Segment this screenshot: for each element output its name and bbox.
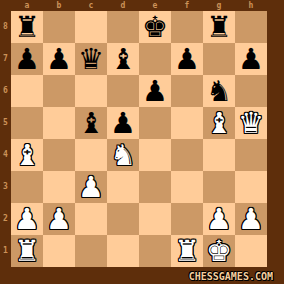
square-e7 (139, 43, 171, 75)
square-e5 (139, 107, 171, 139)
piece-black-rook: ♜ (11, 11, 43, 43)
rank-label-4: 4 (0, 139, 11, 171)
square-a1: ♜ (11, 235, 43, 267)
square-f5 (171, 107, 203, 139)
rank-label-5: 5 (0, 107, 11, 139)
piece-black-pawn: ♟ (43, 43, 75, 75)
square-h7: ♟ (235, 43, 267, 75)
square-a2: ♟ (11, 203, 43, 235)
square-d4: ♞ (107, 139, 139, 171)
square-h1 (235, 235, 267, 267)
square-g6: ♞ (203, 75, 235, 107)
square-e6: ♟ (139, 75, 171, 107)
piece-white-pawn: ♟ (235, 203, 267, 235)
piece-black-pawn: ♟ (235, 43, 267, 75)
rank-label-1: 1 (0, 235, 11, 267)
square-f2 (171, 203, 203, 235)
square-b4 (43, 139, 75, 171)
piece-black-bishop: ♝ (107, 43, 139, 75)
piece-black-knight: ♞ (203, 75, 235, 107)
square-e8: ♚ (139, 11, 171, 43)
square-d6 (107, 75, 139, 107)
chess-board: ♜♚♜♟♟♛♝♟♟♟♞♝♟♝♛♝♞♟♟♟♟♟♜♜♚ (11, 11, 267, 267)
square-b5 (43, 107, 75, 139)
piece-white-rook: ♜ (171, 235, 203, 267)
square-h5: ♛ (235, 107, 267, 139)
square-a5 (11, 107, 43, 139)
square-h8 (235, 11, 267, 43)
square-d8 (107, 11, 139, 43)
square-b1 (43, 235, 75, 267)
square-g1: ♚ (203, 235, 235, 267)
square-g5: ♝ (203, 107, 235, 139)
square-g7 (203, 43, 235, 75)
chessgames-watermark: CHESSGAMES.COM (189, 272, 273, 282)
piece-white-knight: ♞ (107, 139, 139, 171)
file-label-c: c (75, 0, 107, 11)
square-g4 (203, 139, 235, 171)
rank-labels: 87654321 (0, 11, 11, 267)
piece-white-king: ♚ (203, 235, 235, 267)
piece-black-king: ♚ (139, 11, 171, 43)
square-c1 (75, 235, 107, 267)
piece-white-bishop: ♝ (203, 107, 235, 139)
piece-white-pawn: ♟ (75, 171, 107, 203)
piece-black-pawn: ♟ (11, 43, 43, 75)
square-e2 (139, 203, 171, 235)
square-c8 (75, 11, 107, 43)
file-label-d: d (107, 0, 139, 11)
square-c7: ♛ (75, 43, 107, 75)
square-c3: ♟ (75, 171, 107, 203)
square-a3 (11, 171, 43, 203)
square-a7: ♟ (11, 43, 43, 75)
square-f7: ♟ (171, 43, 203, 75)
square-f6 (171, 75, 203, 107)
square-d5: ♟ (107, 107, 139, 139)
piece-black-pawn: ♟ (171, 43, 203, 75)
piece-black-pawn: ♟ (107, 107, 139, 139)
rank-label-6: 6 (0, 75, 11, 107)
file-label-h: h (235, 0, 267, 11)
square-f4 (171, 139, 203, 171)
square-g8: ♜ (203, 11, 235, 43)
piece-white-pawn: ♟ (43, 203, 75, 235)
square-b7: ♟ (43, 43, 75, 75)
square-d3 (107, 171, 139, 203)
square-d2 (107, 203, 139, 235)
rank-label-7: 7 (0, 43, 11, 75)
piece-white-pawn: ♟ (203, 203, 235, 235)
square-c4 (75, 139, 107, 171)
square-h2: ♟ (235, 203, 267, 235)
square-e3 (139, 171, 171, 203)
piece-white-queen: ♛ (235, 107, 267, 139)
chess-diagram: abcdefgh 87654321 ♜♚♜♟♟♛♝♟♟♟♞♝♟♝♛♝♞♟♟♟♟♟… (0, 0, 284, 284)
square-a6 (11, 75, 43, 107)
piece-white-pawn: ♟ (11, 203, 43, 235)
square-b8 (43, 11, 75, 43)
square-d1 (107, 235, 139, 267)
file-label-f: f (171, 0, 203, 11)
rank-label-2: 2 (0, 203, 11, 235)
square-e1 (139, 235, 171, 267)
square-g2: ♟ (203, 203, 235, 235)
square-h4 (235, 139, 267, 171)
square-c6 (75, 75, 107, 107)
square-f1: ♜ (171, 235, 203, 267)
square-g3 (203, 171, 235, 203)
file-label-b: b (43, 0, 75, 11)
square-c5: ♝ (75, 107, 107, 139)
square-b2: ♟ (43, 203, 75, 235)
square-d7: ♝ (107, 43, 139, 75)
piece-white-rook: ♜ (11, 235, 43, 267)
piece-black-pawn: ♟ (139, 75, 171, 107)
square-h6 (235, 75, 267, 107)
piece-white-bishop: ♝ (11, 139, 43, 171)
square-c2 (75, 203, 107, 235)
square-f3 (171, 171, 203, 203)
square-h3 (235, 171, 267, 203)
piece-black-rook: ♜ (203, 11, 235, 43)
rank-label-3: 3 (0, 171, 11, 203)
square-f8 (171, 11, 203, 43)
piece-black-bishop: ♝ (75, 107, 107, 139)
square-e4 (139, 139, 171, 171)
rank-label-8: 8 (0, 11, 11, 43)
square-a8: ♜ (11, 11, 43, 43)
square-b6 (43, 75, 75, 107)
piece-black-queen: ♛ (75, 43, 107, 75)
square-b3 (43, 171, 75, 203)
square-a4: ♝ (11, 139, 43, 171)
